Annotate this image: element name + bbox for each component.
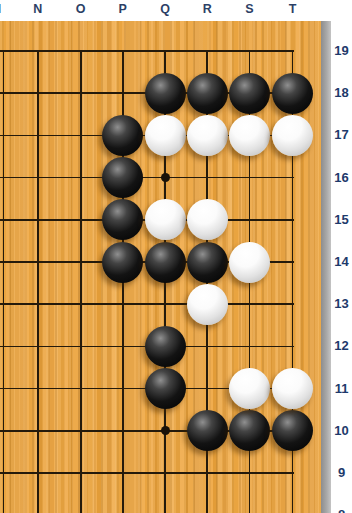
- stone-white-Q17: [145, 115, 186, 156]
- row-label-11: 11: [331, 381, 352, 397]
- stone-black-P17: [102, 115, 143, 156]
- stone-white-S14: [229, 242, 270, 283]
- stone-black-S10: [229, 410, 270, 451]
- stone-black-R18: [187, 73, 228, 114]
- row-label-13: 13: [331, 296, 352, 312]
- grid-vline-N: [37, 51, 39, 513]
- row-label-12: 12: [331, 338, 352, 354]
- row-label-9: 9: [331, 465, 352, 481]
- stone-black-P16: [102, 157, 143, 198]
- row-label-16: 16: [331, 170, 352, 186]
- column-label-R: R: [197, 2, 217, 16]
- stone-white-S11: [229, 368, 270, 409]
- stone-white-R17: [187, 115, 228, 156]
- star-point-Q16: [161, 173, 170, 182]
- stone-black-Q14: [145, 242, 186, 283]
- row-label-17: 17: [331, 127, 352, 143]
- stone-black-Q11: [145, 368, 186, 409]
- board-edge-shadow: [321, 21, 331, 513]
- column-label-P: P: [113, 2, 133, 16]
- star-point-Q10: [161, 426, 170, 435]
- stone-black-P14: [102, 242, 143, 283]
- grid-hline-9: [0, 472, 294, 474]
- column-label-T: T: [283, 2, 303, 16]
- stone-black-R14: [187, 242, 228, 283]
- grid-hline-19: [0, 50, 294, 52]
- column-label-N: N: [28, 2, 48, 16]
- stone-white-T17: [272, 115, 313, 156]
- grid-hline-13: [0, 303, 294, 305]
- stone-white-T11: [272, 368, 313, 409]
- grid-vline-M: [3, 51, 5, 513]
- grid-hline-16: [0, 177, 294, 179]
- column-label-Q: Q: [155, 2, 175, 16]
- row-label-14: 14: [331, 254, 352, 270]
- row-label-15: 15: [331, 212, 352, 228]
- grid-vline-O: [80, 51, 82, 513]
- stone-white-Q15: [145, 199, 186, 240]
- go-board-screenshot: MNOPQRST 1918171615141312111098: [0, 0, 352, 513]
- column-label-M-partial: M: [0, 2, 6, 16]
- row-label-19: 19: [331, 43, 352, 59]
- column-label-O: O: [71, 2, 91, 16]
- column-label-S: S: [239, 2, 259, 16]
- stone-white-S17: [229, 115, 270, 156]
- stone-black-S18: [229, 73, 270, 114]
- stone-black-Q18: [145, 73, 186, 114]
- stone-white-R13: [187, 284, 228, 325]
- stone-black-R10: [187, 410, 228, 451]
- stone-black-Q12: [145, 326, 186, 367]
- row-label-10: 10: [331, 423, 352, 439]
- row-label-8-partial: 8: [331, 507, 352, 513]
- stone-white-R15: [187, 199, 228, 240]
- row-label-18: 18: [331, 85, 352, 101]
- stone-black-T18: [272, 73, 313, 114]
